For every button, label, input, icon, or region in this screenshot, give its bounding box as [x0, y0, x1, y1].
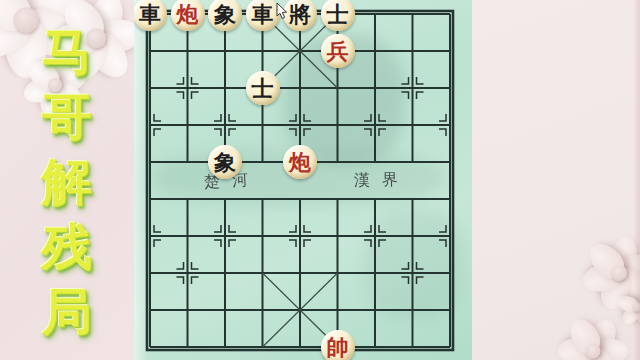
- flower-icon: [564, 322, 622, 360]
- piece-black-advisor[interactable]: 士: [246, 71, 280, 105]
- piece-red-general[interactable]: 帥: [321, 330, 355, 360]
- piece-black-advisor[interactable]: 士: [321, 0, 355, 31]
- piece-black-chariot[interactable]: 車: [246, 0, 280, 31]
- river-label-hanjie: 漢界: [336, 169, 416, 191]
- flower-icon: [588, 242, 640, 304]
- channel-title-char: 马: [42, 24, 92, 80]
- channel-title-char: 局: [42, 284, 92, 340]
- mouse-cursor-icon: [276, 3, 288, 20]
- video-area: 楚河 漢界 車炮象車將士兵士象炮帥: [134, 0, 472, 360]
- right-decor-panel: [472, 0, 640, 360]
- channel-title-char: 哥: [42, 89, 92, 145]
- flower-icon: [620, 290, 640, 324]
- piece-red-cannon[interactable]: 炮: [171, 0, 205, 31]
- piece-black-elephant[interactable]: 象: [208, 145, 242, 179]
- channel-title-char: 残: [42, 219, 92, 275]
- video-frame: 马哥解残局 楚河 漢界 車炮象車將士兵士象炮帥: [0, 0, 640, 360]
- left-decor-panel: 马哥解残局: [0, 0, 134, 360]
- piece-red-soldier[interactable]: 兵: [321, 34, 355, 68]
- piece-red-cannon[interactable]: 炮: [283, 145, 317, 179]
- channel-title: 马哥解残局: [0, 24, 134, 340]
- channel-title-char: 解: [42, 154, 92, 210]
